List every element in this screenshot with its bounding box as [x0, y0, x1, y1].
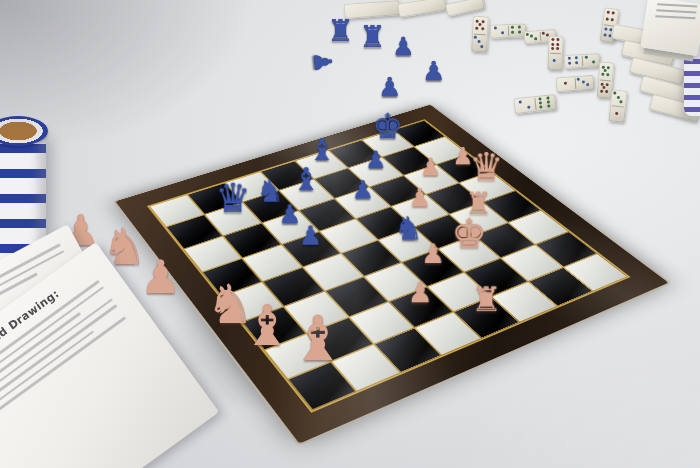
pink-king-f3[interactable]: ♚	[451, 214, 487, 254]
captured-blue-rook[interactable]: ♜	[327, 16, 354, 46]
captured-blue-pawn[interactable]: ♟	[378, 74, 401, 100]
pink-queen-h5[interactable]: ♛	[470, 148, 504, 186]
card-stack	[640, 0, 700, 56]
captured-blue-pawn[interactable]: ♟	[310, 50, 336, 74]
rules-card-body	[0, 276, 131, 438]
captured-pink-pawn[interactable]: ♟	[140, 254, 181, 300]
captured-pink-bishop[interactable]: ♝	[290, 308, 346, 370]
square-g2[interactable]	[500, 244, 563, 281]
blue-pawn-c5[interactable]: ♟	[299, 223, 323, 249]
striped-mug-right	[684, 52, 700, 116]
pink-pawn-d2[interactable]: ♟	[408, 278, 433, 306]
board-grid: ♝♚♛♞♝♟♟♟♟♟♟♟♛♞♜♟♚♟♜	[149, 120, 627, 410]
pink-pawn-g6[interactable]: ♟	[420, 155, 442, 179]
blue-king-g8[interactable]: ♚	[372, 109, 403, 143]
blue-knight-e4[interactable]: ♞	[394, 212, 423, 244]
captured-blue-pawn[interactable]: ♟	[422, 58, 445, 84]
pink-pawn-e3[interactable]: ♟	[421, 240, 445, 267]
pink-pawn-f5[interactable]: ♟	[409, 185, 431, 210]
card-text-line	[656, 9, 696, 13]
blue-queen-b7[interactable]: ♛	[215, 179, 251, 219]
blue-pawn-f7[interactable]: ♟	[365, 148, 386, 172]
blue-bishop-d7[interactable]: ♝	[292, 163, 320, 194]
mug-rim	[0, 116, 48, 146]
photo-scene: ♝♚♛♞♝♟♟♟♟♟♟♟♛♞♜♟♚♟♜ ♜♜♟♟♟♟♟♞♟♞♝♝ Winning…	[0, 0, 700, 468]
card-text-line	[655, 15, 695, 19]
blue-pawn-e6[interactable]: ♟	[351, 178, 373, 203]
pink-rook-e1[interactable]: ♜	[471, 283, 501, 317]
card-text-line	[657, 3, 697, 7]
captured-pink-bishop[interactable]: ♝	[242, 298, 292, 354]
captured-blue-pawn[interactable]: ♟	[392, 34, 414, 59]
captured-blue-rook[interactable]: ♜	[359, 22, 386, 52]
square-a7[interactable]	[166, 215, 223, 249]
